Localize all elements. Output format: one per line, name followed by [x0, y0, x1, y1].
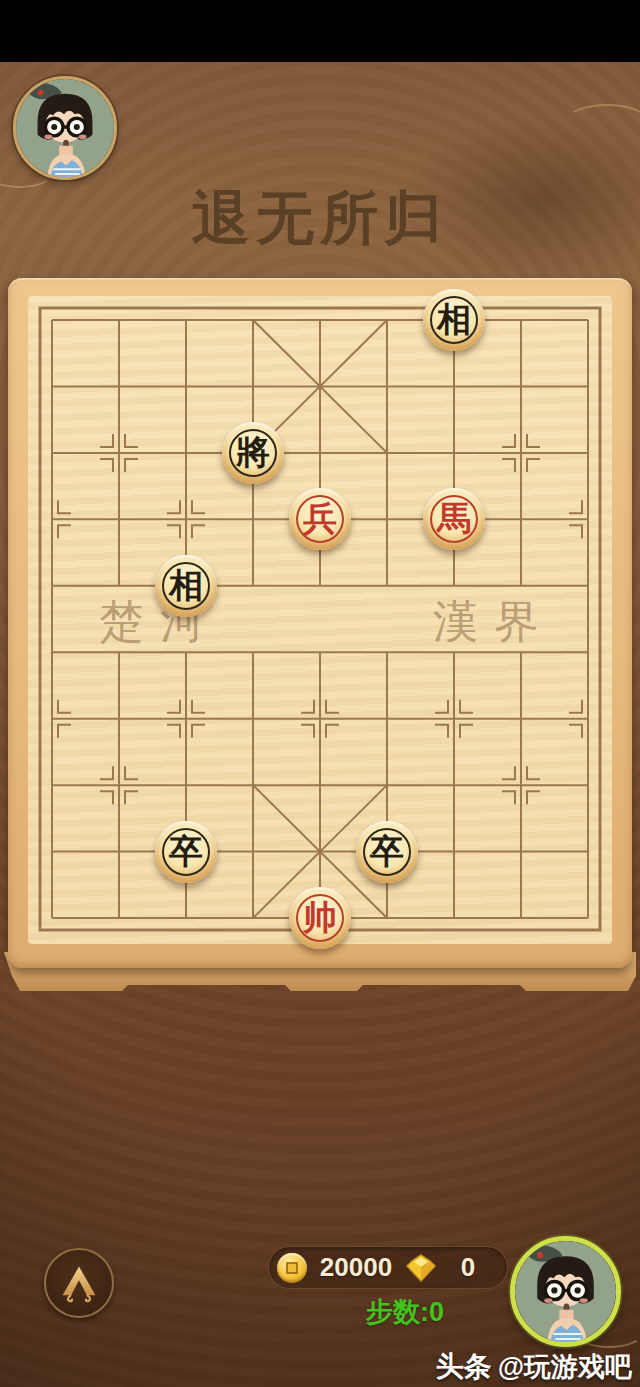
xiangqi-board[interactable]: 楚河 漢界 相將兵馬相卒卒帅	[8, 278, 632, 968]
piece-glyph: 將	[222, 422, 284, 484]
piece-卒-2-8[interactable]: 卒	[155, 821, 217, 883]
camp-button[interactable]	[44, 1248, 114, 1318]
piece-馬-6-3[interactable]: 馬	[423, 488, 485, 550]
step-counter: 步数:0	[280, 1294, 530, 1330]
status-bar	[0, 0, 640, 62]
puzzle-title: 退无所归	[0, 180, 640, 258]
watermark-brand: 头条	[436, 1348, 492, 1386]
piece-glyph: 卒	[356, 821, 418, 883]
watermark: 头条 @玩游戏吧	[436, 1348, 632, 1386]
step-counter-value: 0	[429, 1297, 444, 1327]
piece-glyph: 馬	[423, 488, 485, 550]
girl-avatar-illustration	[16, 79, 114, 177]
game-screen: 退无所归 楚河 漢界 相將兵馬相卒卒帅 20000 0 步数:0	[0, 0, 640, 1387]
gem-balance: 0	[437, 1252, 499, 1283]
piece-帅-4-9[interactable]: 帅	[289, 887, 351, 949]
grid-svg	[8, 278, 632, 968]
currency-pill[interactable]: 20000 0	[268, 1246, 508, 1289]
piece-glyph: 相	[423, 289, 485, 351]
player-avatar[interactable]	[13, 76, 117, 180]
user-avatar[interactable]	[510, 1236, 621, 1347]
piece-將-3-2[interactable]: 將	[222, 422, 284, 484]
piece-相-2-4[interactable]: 相	[155, 555, 217, 617]
piece-相-6-0[interactable]: 相	[423, 289, 485, 351]
watermark-handle: @玩游戏吧	[498, 1349, 632, 1385]
cloud-swirl-icon	[566, 104, 640, 138]
tent-icon	[54, 1258, 104, 1308]
coin-icon	[277, 1253, 307, 1283]
girl-avatar-illustration	[515, 1241, 616, 1342]
gem-icon	[405, 1253, 437, 1283]
piece-glyph: 相	[155, 555, 217, 617]
piece-glyph: 帅	[289, 887, 351, 949]
piece-glyph: 兵	[289, 488, 351, 550]
piece-卒-5-8[interactable]: 卒	[356, 821, 418, 883]
coin-balance: 20000	[307, 1252, 405, 1283]
step-counter-label: 步数:	[366, 1297, 429, 1327]
piece-兵-4-3[interactable]: 兵	[289, 488, 351, 550]
piece-glyph: 卒	[155, 821, 217, 883]
